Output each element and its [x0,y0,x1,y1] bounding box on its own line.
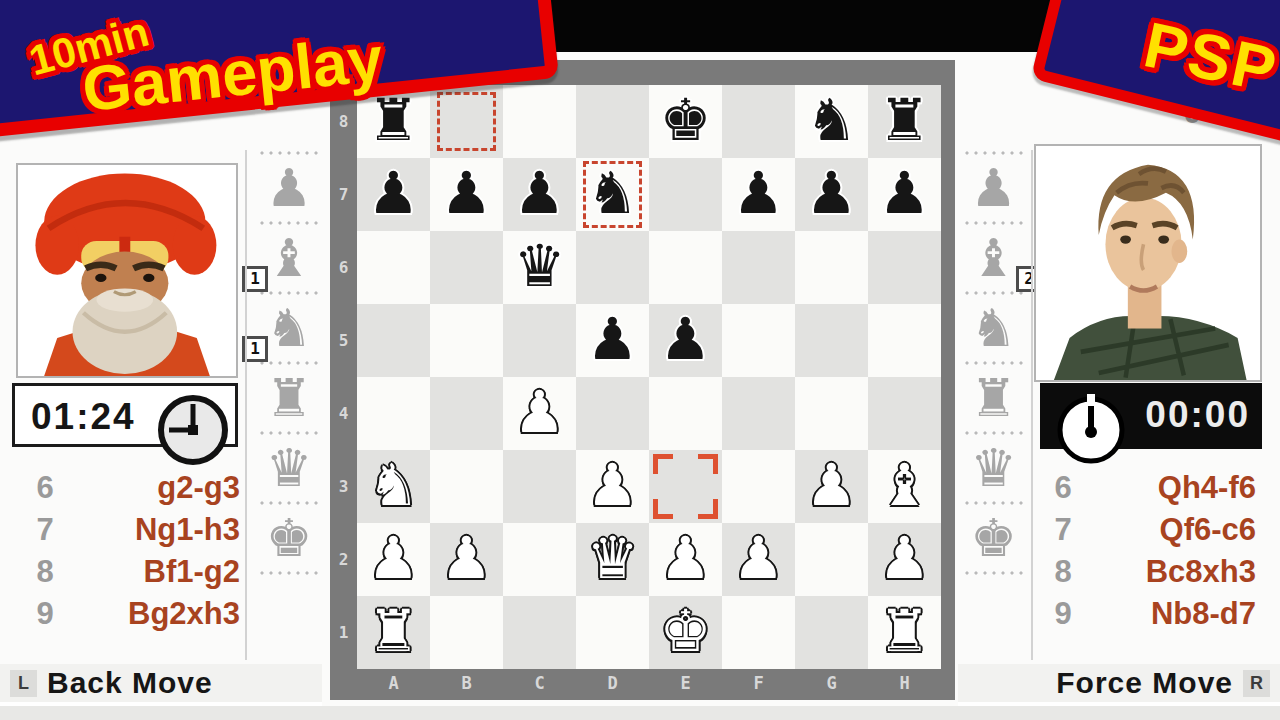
white-queen-piece[interactable]: ♛ [576,523,649,596]
white-king-piece[interactable]: ♚ [649,596,722,669]
square-h1[interactable]: ♜ [868,596,941,669]
black-king-piece[interactable]: ♚ [649,85,722,158]
selection-cursor [653,454,718,519]
square-g1[interactable] [795,596,868,669]
gray-rook-icon: ♜ [248,368,330,428]
dotted-separator [961,428,1027,438]
tray-bishop: ♝2 [955,228,1032,288]
tray-queen: ♛ [248,438,330,498]
gray-knight-icon: ♞ [955,298,1032,358]
psp-banner: PSP [1031,0,1280,156]
square-h6[interactable] [868,231,941,304]
square-a5[interactable] [357,304,430,377]
square-a3[interactable]: ♞ [357,450,430,523]
black-move-row: 8Bc8xh3 [1046,551,1256,593]
analog-clock-icon [155,390,231,468]
black-pawn-piece[interactable]: ♟ [576,304,649,377]
gray-king-icon: ♚ [248,508,330,568]
gray-pawn-icon: ♟ [955,158,1032,218]
square-e5[interactable]: ♟ [649,304,722,377]
tray-king: ♚ [955,508,1032,568]
black-pawn-piece[interactable]: ♟ [795,158,868,231]
square-f7[interactable]: ♟ [722,158,795,231]
rank-label-5: 5 [330,304,357,377]
white-pawn-piece[interactable]: ♟ [357,523,430,596]
cursor-corner [698,454,718,474]
square-g3[interactable]: ♟ [795,450,868,523]
white-move-row: 7Ng1-h3 [28,509,240,551]
white-pawn-piece[interactable]: ♟ [795,450,868,523]
move-number: 7 [28,509,62,551]
black-pawn-piece[interactable]: ♟ [357,158,430,231]
square-e6[interactable] [649,231,722,304]
force-move-label: Force Move [1056,666,1233,700]
square-h7[interactable]: ♟ [868,158,941,231]
white-pawn-piece[interactable]: ♟ [722,523,795,596]
tray-knight: ♞1 [248,298,330,358]
square-d7[interactable]: ♞ [576,158,649,231]
square-d3[interactable]: ♟ [576,450,649,523]
square-f4[interactable] [722,377,795,450]
black-pawn-piece[interactable]: ♟ [722,158,795,231]
dotted-separator [256,218,322,228]
force-move-button[interactable]: Force Move R [958,664,1280,706]
file-label-c: C [503,669,576,700]
black-pawn-piece[interactable]: ♟ [503,158,576,231]
tray-rook: ♜ [248,368,330,428]
file-label-d: D [576,669,649,700]
move-text: g2-g3 [62,467,240,509]
tray-knight: ♞ [955,298,1032,358]
black-move-row: 7Qf6-c6 [1046,509,1256,551]
cursor-corner [653,499,673,519]
cursor-corner [653,454,673,474]
square-c5[interactable] [503,304,576,377]
square-a2[interactable]: ♟ [357,523,430,596]
white-pawn-piece[interactable]: ♟ [649,523,722,596]
square-e2[interactable]: ♟ [649,523,722,596]
white-pawn-piece[interactable]: ♟ [868,523,941,596]
white-move-row: 9Bg2xh3 [28,593,240,635]
square-e1[interactable]: ♚ [649,596,722,669]
left-panel-divider [245,150,247,660]
square-g2[interactable] [795,523,868,596]
move-number: 9 [1046,593,1080,635]
cursor-corner [698,499,718,519]
square-g5[interactable] [795,304,868,377]
black-captured-tray: ♟♝2♞♜♛♚ [955,148,1032,578]
dotted-separator [961,358,1027,368]
banner-psp-text: PSP [1138,7,1280,107]
rank-label-7: 7 [330,158,357,231]
tray-king: ♚ [248,508,330,568]
white-move-row: 8Bf1-g2 [28,551,240,593]
last-move-highlight [583,161,642,228]
square-h2[interactable]: ♟ [868,523,941,596]
white-rook-piece[interactable]: ♜ [357,596,430,669]
board-grid: ♜♚♞♜♟♟♟♞♟♟♟♛♟♟♟♞♟♟♝♟♟♛♟♟♟♜♚♜ [357,85,941,669]
square-b3[interactable] [430,450,503,523]
square-b8[interactable] [430,85,503,158]
bottom-strip [0,706,1280,720]
young-man-portrait [1036,146,1260,380]
square-h4[interactable] [868,377,941,450]
black-move-row: 9Nb8-d7 [1046,593,1256,635]
square-a4[interactable] [357,377,430,450]
gray-queen-icon: ♛ [955,438,1032,498]
white-captured-tray: ♟♝1♞1♜♛♚ [248,148,330,578]
rank-label-2: 2 [330,523,357,596]
square-c6[interactable]: ♛ [503,231,576,304]
square-g4[interactable] [795,377,868,450]
move-text: Qh4-f6 [1080,467,1256,509]
chess-board: 87654321 ♜♚♞♜♟♟♟♞♟♟♟♛♟♟♟♞♟♟♝♟♟♛♟♟♟♜♚♜ AB… [330,60,955,700]
white-clock-time: 01:24 [31,396,136,438]
move-text: Bf1-g2 [62,551,240,593]
rank-label-3: 3 [330,450,357,523]
tray-queen: ♛ [955,438,1032,498]
square-f6[interactable] [722,231,795,304]
tray-rook: ♜ [955,368,1032,428]
move-text: Bg2xh3 [62,593,240,635]
square-e3[interactable] [649,450,722,523]
file-label-g: G [795,669,868,700]
gray-queen-icon: ♛ [248,438,330,498]
move-number: 6 [1046,467,1080,509]
square-d5[interactable]: ♟ [576,304,649,377]
tray-pawn: ♟ [955,158,1032,218]
gray-rook-icon: ♜ [955,368,1032,428]
file-label-e: E [649,669,722,700]
move-number: 8 [1046,551,1080,593]
white-bishop-piece[interactable]: ♝ [868,450,941,523]
square-b2[interactable]: ♟ [430,523,503,596]
square-g7[interactable]: ♟ [795,158,868,231]
square-e8[interactable]: ♚ [649,85,722,158]
square-c3[interactable] [503,450,576,523]
black-queen-piece[interactable]: ♛ [503,231,576,304]
white-pawn-piece[interactable]: ♟ [503,377,576,450]
tray-pawn: ♟ [248,158,330,218]
square-a6[interactable] [357,231,430,304]
square-h3[interactable]: ♝ [868,450,941,523]
square-f3[interactable] [722,450,795,523]
square-d1[interactable] [576,596,649,669]
move-number: 6 [28,467,62,509]
square-e7[interactable] [649,158,722,231]
sadhu-portrait [18,165,236,376]
dotted-separator [256,498,322,508]
black-player-avatar [1034,144,1262,382]
black-pawn-piece[interactable]: ♟ [649,304,722,377]
square-h8[interactable]: ♜ [868,85,941,158]
game-screen: 87654321 ♜♚♞♜♟♟♟♞♟♟♟♛♟♟♟♞♟♟♝♟♟♛♟♟♟♜♚♜ AB… [0,0,1280,720]
square-c2[interactable] [503,523,576,596]
black-knight-piece[interactable]: ♞ [795,85,868,158]
square-f8[interactable] [722,85,795,158]
analog-clock-icon [1052,388,1130,468]
square-g6[interactable] [795,231,868,304]
square-c4[interactable]: ♟ [503,377,576,450]
square-c8[interactable] [503,85,576,158]
rank-label-1: 1 [330,596,357,669]
square-d4[interactable] [576,377,649,450]
square-c7[interactable]: ♟ [503,158,576,231]
square-a1[interactable]: ♜ [357,596,430,669]
square-d8[interactable] [576,85,649,158]
shoulder-l-key: L [10,670,37,697]
square-b7[interactable]: ♟ [430,158,503,231]
square-f2[interactable]: ♟ [722,523,795,596]
right-panel-divider [1031,150,1033,660]
square-g8[interactable]: ♞ [795,85,868,158]
black-pawn-piece[interactable]: ♟ [430,158,503,231]
file-labels: ABCDEFGH [357,669,941,700]
move-number: 8 [28,551,62,593]
back-move-button[interactable]: L Back Move [0,664,322,706]
file-label-a: A [357,669,430,700]
black-move-row: 6Qh4-f6 [1046,467,1256,509]
move-text: Nb8-d7 [1080,593,1256,635]
square-e4[interactable] [649,377,722,450]
back-move-label: Back Move [47,666,213,700]
white-player-avatar [16,163,238,378]
dotted-separator [256,148,322,158]
dotted-separator [961,498,1027,508]
square-a7[interactable]: ♟ [357,158,430,231]
square-f5[interactable] [722,304,795,377]
square-b5[interactable] [430,304,503,377]
gray-pawn-icon: ♟ [248,158,330,218]
square-f1[interactable] [722,596,795,669]
black-clock: 00:00 [1040,383,1262,449]
white-pawn-piece[interactable]: ♟ [430,523,503,596]
square-b6[interactable] [430,231,503,304]
move-number: 7 [1046,509,1080,551]
move-text: Qf6-c6 [1080,509,1256,551]
rank-label-4: 4 [330,377,357,450]
black-pawn-piece[interactable]: ♟ [868,158,941,231]
move-text: Bc8xh3 [1080,551,1256,593]
square-h5[interactable] [868,304,941,377]
square-d6[interactable] [576,231,649,304]
move-text: Ng1-h3 [62,509,240,551]
file-label-b: B [430,669,503,700]
dotted-separator [961,218,1027,228]
shoulder-r-key: R [1243,670,1270,697]
tray-bishop: ♝1 [248,228,330,288]
move-number: 9 [28,593,62,635]
square-d2[interactable]: ♛ [576,523,649,596]
gray-king-icon: ♚ [955,508,1032,568]
black-rook-piece[interactable]: ♜ [868,85,941,158]
dotted-separator [961,568,1027,578]
square-b4[interactable] [430,377,503,450]
white-rook-piece[interactable]: ♜ [868,596,941,669]
file-label-f: F [722,669,795,700]
white-move-row: 6g2-g3 [28,467,240,509]
black-clock-time: 00:00 [1145,394,1250,436]
white-pawn-piece[interactable]: ♟ [576,450,649,523]
white-move-list: 6g2-g37Ng1-h38Bf1-g29Bg2xh3 [28,467,240,635]
rank-label-6: 6 [330,231,357,304]
move-origin-highlight [437,92,496,151]
black-move-list: 6Qh4-f67Qf6-c68Bc8xh39Nb8-d7 [1046,467,1256,635]
rank-labels: 87654321 [330,85,357,669]
dotted-separator [256,568,322,578]
dotted-separator [961,148,1027,158]
file-label-h: H [868,669,941,700]
white-knight-piece[interactable]: ♞ [357,450,430,523]
white-clock: 01:24 [12,383,238,447]
square-b1[interactable] [430,596,503,669]
square-c1[interactable] [503,596,576,669]
dotted-separator [256,428,322,438]
